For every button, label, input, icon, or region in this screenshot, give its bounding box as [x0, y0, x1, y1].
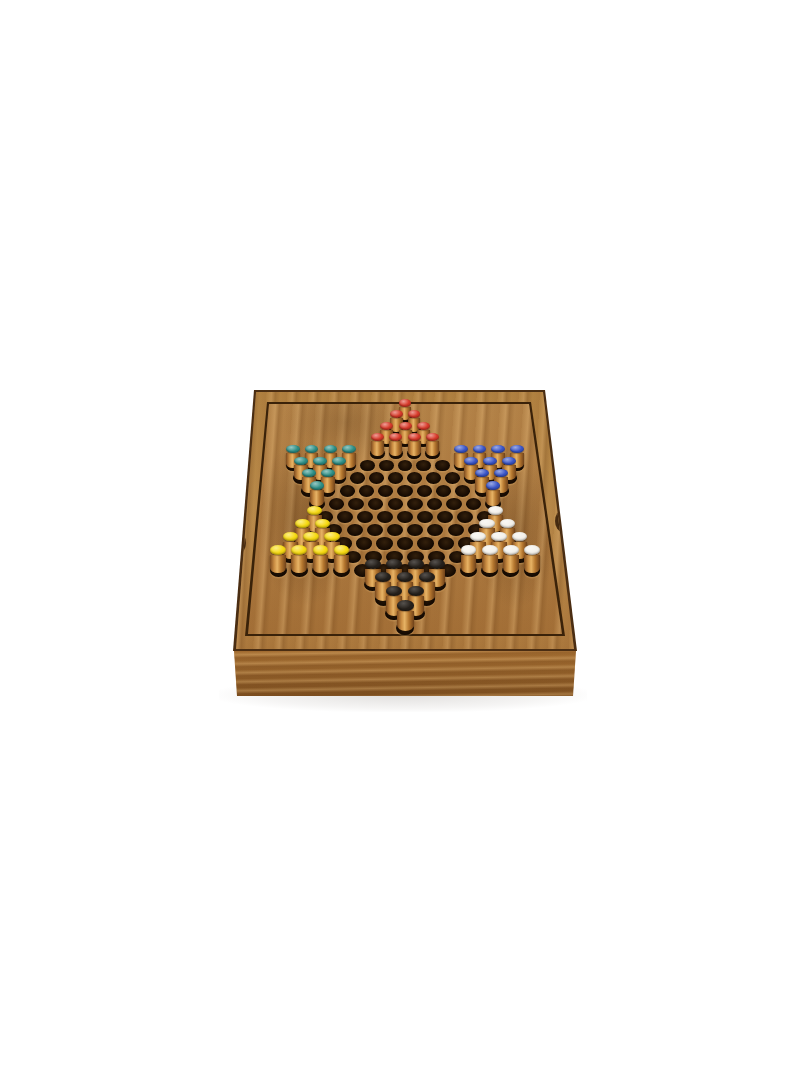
peg-colored-top [399, 422, 412, 430]
peg-colored-top [500, 519, 515, 529]
peg-colored-top [491, 532, 507, 542]
peg-wood-body [371, 441, 384, 455]
peg-colored-top [408, 559, 424, 569]
peg-wood-body [524, 555, 540, 573]
peg-red[interactable] [426, 433, 439, 456]
peg-colored-top [429, 559, 445, 569]
peg-colored-top [482, 545, 498, 555]
peg-black[interactable] [397, 600, 414, 631]
peg-wood-body [389, 441, 402, 455]
peg-colored-top [419, 572, 435, 582]
peg-blue[interactable] [486, 481, 501, 506]
peg-colored-top [417, 422, 430, 430]
peg-colored-top [313, 457, 327, 466]
peg-wood-body [397, 611, 414, 631]
peg-colored-top [321, 469, 335, 478]
peg-wood-body [291, 555, 307, 573]
peg-colored-top [386, 559, 402, 569]
peg-colored-top [502, 457, 516, 466]
peg-colored-top [390, 410, 403, 418]
peg-colored-top [503, 545, 519, 555]
chinese-checkers-box [225, 382, 581, 722]
peg-colored-top [295, 519, 310, 529]
peg-colored-top [461, 545, 477, 555]
peg-colored-top [342, 445, 356, 453]
peg-colored-top [332, 457, 346, 466]
peg-teal[interactable] [310, 481, 325, 506]
peg-colored-top [307, 506, 322, 515]
peg-colored-top [324, 532, 340, 542]
peg-colored-top [315, 519, 330, 529]
peg-colored-top [464, 457, 478, 466]
peg-white[interactable] [503, 545, 519, 573]
peg-wood-body [486, 490, 501, 506]
peg-colored-top [494, 469, 508, 478]
peg-colored-top [475, 469, 489, 478]
peg-colored-top [491, 445, 505, 453]
peg-colored-top [488, 506, 503, 515]
peg-red[interactable] [371, 433, 384, 456]
peg-wood-body [461, 555, 477, 573]
peg-wood-body [313, 555, 329, 573]
peg-colored-top [399, 399, 412, 407]
peg-yellow[interactable] [334, 545, 350, 573]
peg-wood-body [334, 555, 350, 573]
peg-colored-top [479, 519, 494, 529]
peg-colored-top [286, 445, 300, 453]
peg-colored-top [303, 532, 319, 542]
peg-colored-top [310, 481, 325, 490]
peg-colored-top [386, 586, 403, 596]
peg-colored-top [512, 532, 528, 542]
peg-colored-top [408, 433, 421, 441]
peg-colored-top [313, 545, 329, 555]
peg-colored-top [473, 445, 487, 453]
peg-colored-top [486, 481, 501, 490]
peg-colored-top [302, 469, 316, 478]
peg-colored-top [524, 545, 540, 555]
peg-colored-top [454, 445, 468, 453]
peg-colored-top [270, 545, 286, 555]
peg-colored-top [408, 586, 425, 596]
peg-yellow[interactable] [270, 545, 286, 573]
peg-colored-top [483, 457, 497, 466]
peg-white[interactable] [482, 545, 498, 573]
peg-white[interactable] [524, 545, 540, 573]
peg-colored-top [371, 433, 384, 441]
peg-wood-body [310, 490, 325, 506]
peg-white[interactable] [461, 545, 477, 573]
peg-colored-top [408, 410, 421, 418]
peg-colored-top [291, 545, 307, 555]
peg-wood-body [503, 555, 519, 573]
peg-colored-top [365, 559, 381, 569]
peg-colored-top [380, 422, 393, 430]
peg-wood-body [270, 555, 286, 573]
peg-colored-top [397, 600, 414, 611]
peg-yellow[interactable] [291, 545, 307, 573]
peg-colored-top [470, 532, 486, 542]
peg-yellow[interactable] [313, 545, 329, 573]
peg-colored-top [283, 532, 299, 542]
peg-wood-body [482, 555, 498, 573]
peg-colored-top [305, 445, 319, 453]
peg-red[interactable] [408, 433, 421, 456]
peg-colored-top [426, 433, 439, 441]
peg-colored-top [294, 457, 308, 466]
peg-colored-top [324, 445, 338, 453]
peg-colored-top [375, 572, 391, 582]
peg-colored-top [389, 433, 402, 441]
peg-wood-body [426, 441, 439, 455]
peg-colored-top [397, 572, 413, 582]
peg-wood-body [408, 441, 421, 455]
peg-colored-top [510, 445, 524, 453]
peg-red[interactable] [389, 433, 402, 456]
peg-colored-top [334, 545, 350, 555]
